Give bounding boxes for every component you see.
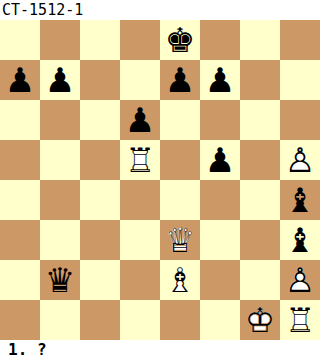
square-e2[interactable]: ♝♗ bbox=[160, 260, 200, 300]
square-g6[interactable] bbox=[240, 100, 280, 140]
square-g7[interactable] bbox=[240, 60, 280, 100]
square-h2[interactable]: ♟♙ bbox=[280, 260, 320, 300]
square-e6[interactable] bbox=[160, 100, 200, 140]
square-b8[interactable] bbox=[40, 20, 80, 60]
black-pawn[interactable]: ♟ bbox=[120, 100, 160, 140]
square-c5[interactable] bbox=[80, 140, 120, 180]
square-g2[interactable] bbox=[240, 260, 280, 300]
square-g1[interactable]: ♚♔ bbox=[240, 300, 280, 340]
square-f6[interactable] bbox=[200, 100, 240, 140]
square-b6[interactable] bbox=[40, 100, 80, 140]
move-prompt: 1. ? bbox=[0, 340, 320, 360]
black-bishop[interactable]: ♝ bbox=[280, 180, 320, 220]
square-g8[interactable] bbox=[240, 20, 280, 60]
black-queen[interactable]: ♛ bbox=[40, 260, 80, 300]
square-d5[interactable]: ♜♖ bbox=[120, 140, 160, 180]
square-h1[interactable]: ♜♖ bbox=[280, 300, 320, 340]
square-e1[interactable] bbox=[160, 300, 200, 340]
white-pawn[interactable]: ♟♙ bbox=[280, 260, 320, 300]
square-c3[interactable] bbox=[80, 220, 120, 260]
black-king[interactable]: ♚ bbox=[160, 20, 200, 60]
white-pawn[interactable]: ♟♙ bbox=[280, 140, 320, 180]
square-h8[interactable] bbox=[280, 20, 320, 60]
black-bishop[interactable]: ♝ bbox=[280, 220, 320, 260]
square-a1[interactable] bbox=[0, 300, 40, 340]
square-d8[interactable] bbox=[120, 20, 160, 60]
square-b2[interactable]: ♛ bbox=[40, 260, 80, 300]
square-c2[interactable] bbox=[80, 260, 120, 300]
square-b5[interactable] bbox=[40, 140, 80, 180]
square-b7[interactable]: ♟ bbox=[40, 60, 80, 100]
square-f5[interactable]: ♟ bbox=[200, 140, 240, 180]
square-e3[interactable]: ♛♕ bbox=[160, 220, 200, 260]
black-pawn[interactable]: ♟ bbox=[40, 60, 80, 100]
square-d3[interactable] bbox=[120, 220, 160, 260]
white-bishop[interactable]: ♝♗ bbox=[160, 260, 200, 300]
chess-board: ♚♟♟♟♟♟♜♖♟♟♙♝♛♕♝♛♝♗♟♙♚♔♜♖ bbox=[0, 20, 320, 340]
square-d4[interactable] bbox=[120, 180, 160, 220]
square-c6[interactable] bbox=[80, 100, 120, 140]
square-c1[interactable] bbox=[80, 300, 120, 340]
square-a5[interactable] bbox=[0, 140, 40, 180]
square-h3[interactable]: ♝ bbox=[280, 220, 320, 260]
square-a8[interactable] bbox=[0, 20, 40, 60]
square-d2[interactable] bbox=[120, 260, 160, 300]
square-b4[interactable] bbox=[40, 180, 80, 220]
square-f8[interactable] bbox=[200, 20, 240, 60]
square-a3[interactable] bbox=[0, 220, 40, 260]
square-a7[interactable]: ♟ bbox=[0, 60, 40, 100]
square-a2[interactable] bbox=[0, 260, 40, 300]
white-rook[interactable]: ♜♖ bbox=[280, 300, 320, 340]
white-queen[interactable]: ♛♕ bbox=[160, 220, 200, 260]
black-pawn[interactable]: ♟ bbox=[160, 60, 200, 100]
square-e8[interactable]: ♚ bbox=[160, 20, 200, 60]
white-rook[interactable]: ♜♖ bbox=[120, 140, 160, 180]
square-h6[interactable] bbox=[280, 100, 320, 140]
square-a6[interactable] bbox=[0, 100, 40, 140]
square-a4[interactable] bbox=[0, 180, 40, 220]
square-h5[interactable]: ♟♙ bbox=[280, 140, 320, 180]
square-c7[interactable] bbox=[80, 60, 120, 100]
square-g4[interactable] bbox=[240, 180, 280, 220]
square-d1[interactable] bbox=[120, 300, 160, 340]
square-b1[interactable] bbox=[40, 300, 80, 340]
square-g3[interactable] bbox=[240, 220, 280, 260]
square-h7[interactable] bbox=[280, 60, 320, 100]
square-c8[interactable] bbox=[80, 20, 120, 60]
black-pawn[interactable]: ♟ bbox=[200, 140, 240, 180]
square-f4[interactable] bbox=[200, 180, 240, 220]
puzzle-title: CT-1512-1 bbox=[0, 0, 320, 20]
square-d6[interactable]: ♟ bbox=[120, 100, 160, 140]
square-g5[interactable] bbox=[240, 140, 280, 180]
black-pawn[interactable]: ♟ bbox=[0, 60, 40, 100]
square-c4[interactable] bbox=[80, 180, 120, 220]
square-f1[interactable] bbox=[200, 300, 240, 340]
square-f2[interactable] bbox=[200, 260, 240, 300]
square-h4[interactable]: ♝ bbox=[280, 180, 320, 220]
square-e5[interactable] bbox=[160, 140, 200, 180]
white-king[interactable]: ♚♔ bbox=[240, 300, 280, 340]
square-e4[interactable] bbox=[160, 180, 200, 220]
square-b3[interactable] bbox=[40, 220, 80, 260]
square-f3[interactable] bbox=[200, 220, 240, 260]
square-f7[interactable]: ♟ bbox=[200, 60, 240, 100]
square-d7[interactable] bbox=[120, 60, 160, 100]
square-e7[interactable]: ♟ bbox=[160, 60, 200, 100]
black-pawn[interactable]: ♟ bbox=[200, 60, 240, 100]
